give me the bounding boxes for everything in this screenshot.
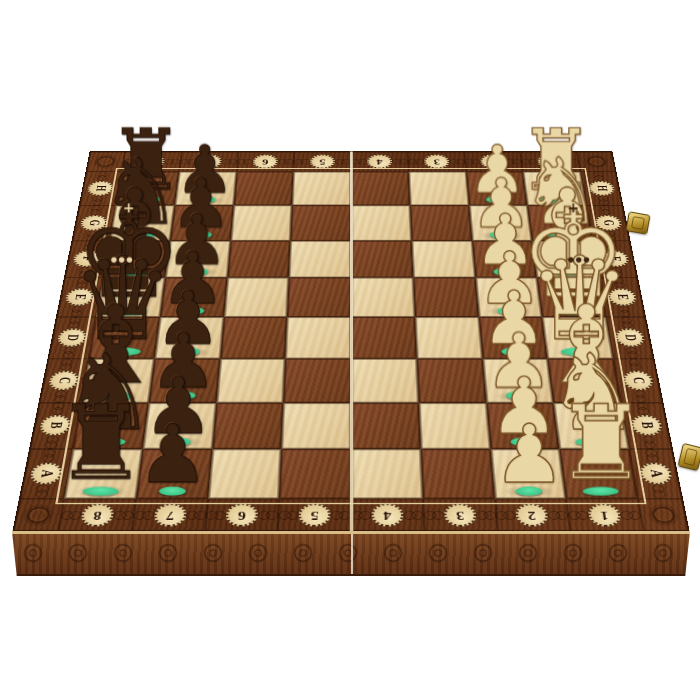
frame-bottom-4: 4 bbox=[351, 499, 424, 532]
scroll-ornament-icon bbox=[259, 510, 278, 520]
frame-bottom-6: 6 bbox=[205, 499, 280, 532]
frame-top-5: 5 bbox=[294, 151, 351, 171]
coordinate-label-top-3: 3 bbox=[423, 154, 449, 168]
king-cross-finial-icon: + bbox=[123, 200, 135, 214]
frame-bottom-3: 3 bbox=[423, 499, 498, 532]
coordinate-label-top-6: 6 bbox=[253, 154, 279, 168]
queen-crown-beads-icon: ●●● bbox=[111, 256, 134, 263]
coordinate-label-bottom-4: 4 bbox=[371, 504, 403, 527]
square-a4[interactable] bbox=[351, 449, 423, 499]
frame-bottom-8: 8 bbox=[58, 499, 136, 532]
square-a1[interactable]: ♜ bbox=[560, 449, 638, 499]
scroll-ornament-icon bbox=[207, 510, 226, 520]
spiral-icon bbox=[25, 507, 51, 523]
scroll-ornament-icon bbox=[651, 485, 667, 498]
scroll-ornament-icon bbox=[336, 158, 350, 164]
square-a5[interactable] bbox=[279, 449, 351, 499]
scroll-ornament-icon bbox=[279, 158, 294, 164]
scroll-ornament-icon bbox=[569, 510, 589, 520]
square-a6[interactable] bbox=[208, 449, 282, 499]
square-h3[interactable] bbox=[408, 172, 468, 206]
square-e5[interactable] bbox=[287, 278, 351, 317]
piece-white-rook-a1[interactable]: ♜ bbox=[555, 394, 647, 492]
frame-bottom-5: 5 bbox=[278, 499, 351, 532]
scroll-ornament-icon bbox=[61, 510, 81, 520]
square-h4[interactable] bbox=[351, 172, 410, 206]
coordinate-label-bottom-3: 3 bbox=[443, 504, 476, 527]
frame-corner-spiral-icon bbox=[12, 499, 64, 532]
piece-glyph: ♜ bbox=[555, 394, 647, 492]
scroll-ornament-icon bbox=[352, 510, 370, 520]
scroll-ornament-icon bbox=[409, 158, 424, 164]
scroll-ornament-icon bbox=[497, 510, 516, 520]
brass-clasp-icon bbox=[625, 211, 650, 235]
square-g4[interactable] bbox=[351, 205, 411, 240]
scroll-ornament-icon bbox=[186, 510, 205, 520]
coordinate-label-bottom-6: 6 bbox=[226, 504, 259, 527]
queen-crown-beads-icon: ●●● bbox=[568, 256, 591, 263]
square-g3[interactable] bbox=[410, 205, 472, 240]
scroll-ornament-icon bbox=[352, 158, 366, 164]
coordinate-label-bottom-1: 1 bbox=[587, 504, 622, 527]
spiral-icon bbox=[651, 507, 677, 523]
square-f6[interactable] bbox=[227, 241, 291, 278]
board-front-edge bbox=[12, 531, 690, 576]
square-g5[interactable] bbox=[291, 205, 351, 240]
coordinate-label-top-5: 5 bbox=[310, 154, 335, 168]
square-d6[interactable] bbox=[220, 317, 287, 359]
scroll-ornament-icon bbox=[295, 158, 310, 164]
piece-glyph: ♜ bbox=[55, 394, 147, 492]
square-b3[interactable] bbox=[419, 403, 491, 450]
square-b5[interactable] bbox=[281, 403, 351, 450]
frame-bottom-1: 1 bbox=[566, 499, 644, 532]
board-plane: 87654321H♜♟♟♜HG♞♟♟♞GF♝♟♟♝FE♚+♟♟♚+ED♛●●●♟… bbox=[12, 151, 689, 531]
square-h5[interactable] bbox=[292, 172, 351, 206]
square-c6[interactable] bbox=[216, 359, 285, 403]
scroll-ornament-icon bbox=[114, 510, 134, 520]
scroll-ornament-icon bbox=[404, 510, 423, 520]
front-edge-seam bbox=[351, 534, 353, 574]
scroll-ornament-icon bbox=[449, 158, 464, 164]
square-e6[interactable] bbox=[224, 278, 289, 317]
frame-bottom-2: 2 bbox=[494, 499, 570, 532]
coordinate-label-top-4: 4 bbox=[367, 154, 392, 168]
piece-black-rook-a8[interactable]: ♜ bbox=[55, 394, 147, 492]
scroll-ornament-icon bbox=[393, 158, 408, 164]
square-c3[interactable] bbox=[417, 359, 486, 403]
king-cross-finial-icon: + bbox=[567, 200, 579, 214]
frame-bottom-7: 7 bbox=[131, 499, 207, 532]
square-e3[interactable] bbox=[413, 278, 478, 317]
scroll-ornament-icon bbox=[332, 510, 350, 520]
fold-seam bbox=[349, 151, 352, 531]
square-a7[interactable]: ♟ bbox=[136, 449, 212, 499]
square-f4[interactable] bbox=[351, 241, 413, 278]
brass-clasp-icon bbox=[677, 443, 700, 471]
scroll-ornament-icon bbox=[621, 510, 641, 520]
square-a3[interactable] bbox=[421, 449, 495, 499]
frame-top-3: 3 bbox=[407, 151, 465, 171]
frame-top-4: 4 bbox=[351, 151, 408, 171]
square-b6[interactable] bbox=[212, 403, 284, 450]
square-g6[interactable] bbox=[230, 205, 292, 240]
coordinate-label-bottom-8: 8 bbox=[80, 504, 115, 527]
square-d5[interactable] bbox=[285, 317, 351, 359]
square-c4[interactable] bbox=[351, 359, 419, 403]
scroll-ornament-icon bbox=[238, 158, 253, 164]
square-b4[interactable] bbox=[351, 403, 421, 450]
coordinate-label-bottom-2: 2 bbox=[515, 504, 549, 527]
piece-black-pawn-a7[interactable]: ♟ bbox=[136, 416, 208, 493]
square-a8[interactable]: ♜ bbox=[64, 449, 142, 499]
coordinate-label-bottom-5: 5 bbox=[298, 504, 330, 527]
square-d4[interactable] bbox=[351, 317, 417, 359]
square-f3[interactable] bbox=[411, 241, 475, 278]
scroll-ornament-icon bbox=[134, 510, 153, 520]
scroll-ornament-icon bbox=[279, 510, 298, 520]
square-f5[interactable] bbox=[289, 241, 351, 278]
square-c5[interactable] bbox=[283, 359, 351, 403]
square-e4[interactable] bbox=[351, 278, 415, 317]
scroll-ornament-icon bbox=[35, 485, 51, 498]
piece-glyph: ♟ bbox=[136, 416, 208, 493]
frame-top-6: 6 bbox=[236, 151, 294, 171]
square-h6[interactable] bbox=[233, 172, 293, 206]
chess-set-photo: 87654321H♜♟♟♜HG♞♟♟♞GF♝♟♟♝FE♚+♟♟♚+ED♛●●●♟… bbox=[0, 0, 700, 700]
coordinate-label-bottom-7: 7 bbox=[153, 504, 187, 527]
scroll-ornament-icon bbox=[549, 510, 568, 520]
frame-corner-spiral-icon bbox=[638, 499, 690, 532]
scroll-ornament-icon bbox=[476, 510, 495, 520]
square-d3[interactable] bbox=[415, 317, 482, 359]
scroll-ornament-icon bbox=[424, 510, 443, 520]
